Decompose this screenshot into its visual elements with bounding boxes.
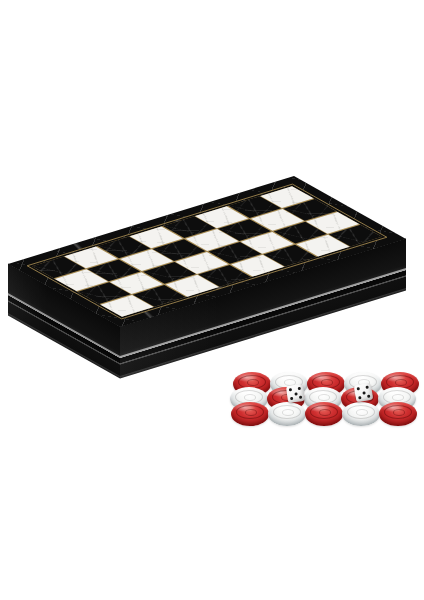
checker-red <box>231 402 269 426</box>
checker-white <box>268 402 306 426</box>
checker-white <box>342 402 380 426</box>
die-pip <box>299 395 302 398</box>
die <box>354 383 374 403</box>
die-pip <box>294 392 297 395</box>
die-pip <box>362 391 365 394</box>
die-pip <box>297 387 300 390</box>
product-photo <box>0 0 424 600</box>
die-pip <box>367 394 370 397</box>
die-pip <box>289 388 292 391</box>
die-pip <box>290 397 293 400</box>
checker-red <box>305 402 343 426</box>
die-pip <box>358 396 361 399</box>
die-pip <box>365 386 368 389</box>
die-pip <box>357 387 360 390</box>
checker-red <box>379 402 417 426</box>
die <box>286 384 305 403</box>
